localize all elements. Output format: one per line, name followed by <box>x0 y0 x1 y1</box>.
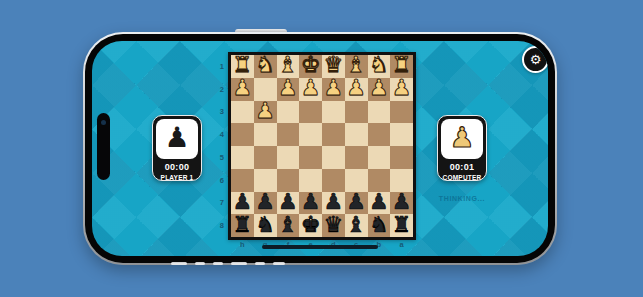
rank-label-3: 3 <box>210 101 224 124</box>
square-a4[interactable] <box>390 123 413 146</box>
black-knight: ♞ <box>255 214 275 236</box>
square-a5[interactable] <box>390 146 413 169</box>
rank-label-5: 5 <box>210 146 224 169</box>
rank-label-6: 6 <box>210 169 224 192</box>
computer-clock[interactable]: ♟ 00:01 COMPUTER <box>437 115 487 181</box>
square-b2[interactable]: ♟ <box>368 78 391 101</box>
player1-time: 00:00 <box>156 162 198 172</box>
phone-speaker-mark <box>171 262 187 265</box>
white-pawn: ♟ <box>301 77 321 99</box>
square-e4[interactable] <box>299 123 322 146</box>
phone-speaker-mark <box>195 262 205 265</box>
square-f8[interactable]: ♝ <box>277 214 300 237</box>
rank-label-8: 8 <box>210 214 224 237</box>
black-pawn: ♟ <box>233 191 253 213</box>
rank-label-7: 7 <box>210 192 224 215</box>
white-rook: ♜ <box>392 54 412 76</box>
square-b5[interactable] <box>368 146 391 169</box>
rank-label-1: 1 <box>210 55 224 78</box>
black-pawn: ♟ <box>301 191 321 213</box>
gear-icon: ⚙ <box>530 53 542 66</box>
square-b7[interactable]: ♟ <box>368 192 391 215</box>
white-pawn: ♟ <box>369 77 389 99</box>
square-e3[interactable] <box>299 101 322 124</box>
square-g5[interactable] <box>254 146 277 169</box>
square-c5[interactable] <box>345 146 368 169</box>
black-pawn: ♟ <box>392 191 412 213</box>
square-f4[interactable] <box>277 123 300 146</box>
black-rook: ♜ <box>233 214 253 236</box>
white-knight: ♞ <box>369 54 389 76</box>
square-f5[interactable] <box>277 146 300 169</box>
player1-piece-badge: ♟ <box>156 119 198 159</box>
square-h5[interactable] <box>231 146 254 169</box>
white-queen: ♛ <box>324 54 344 76</box>
chess-board: ♜♞♝♚♛♝♞♜♟♟♟♟♟♟♟♟♟♟♟♟♟♟♟♟♜♞♝♚♛♝♞♜ <box>228 52 416 240</box>
player1-clock[interactable]: ♟ 00:00 PLAYER 1 <box>152 115 202 181</box>
square-d7[interactable]: ♟ <box>322 192 345 215</box>
white-king: ♚ <box>301 54 321 76</box>
black-queen: ♛ <box>324 214 344 236</box>
phone-speaker-mark <box>231 262 247 265</box>
black-bishop: ♝ <box>278 214 298 236</box>
phone-speaker-mark <box>273 262 285 265</box>
black-pawn: ♟ <box>346 191 366 213</box>
square-d5[interactable] <box>322 146 345 169</box>
black-pawn: ♟ <box>324 191 344 213</box>
square-f3[interactable] <box>277 101 300 124</box>
white-pawn-icon: ♟ <box>449 124 474 152</box>
black-pawn: ♟ <box>255 191 275 213</box>
square-a8[interactable]: ♜ <box>390 214 413 237</box>
black-pawn-icon: ♟ <box>164 124 189 152</box>
dynamic-island <box>97 113 110 180</box>
square-e5[interactable] <box>299 146 322 169</box>
square-b8[interactable]: ♞ <box>368 214 391 237</box>
square-a3[interactable] <box>390 101 413 124</box>
black-knight: ♞ <box>369 214 389 236</box>
black-king: ♚ <box>301 214 321 236</box>
white-bishop: ♝ <box>346 54 366 76</box>
white-pawn: ♟ <box>346 77 366 99</box>
square-d3[interactable] <box>322 101 345 124</box>
white-rook: ♜ <box>233 54 253 76</box>
player1-name: PLAYER 1 <box>156 174 198 181</box>
white-knight: ♞ <box>255 54 275 76</box>
square-d8[interactable]: ♛ <box>322 214 345 237</box>
white-pawn: ♟ <box>278 77 298 99</box>
square-h8[interactable]: ♜ <box>231 214 254 237</box>
rank-label-4: 4 <box>210 123 224 146</box>
square-g7[interactable]: ♟ <box>254 192 277 215</box>
file-label-a: a <box>390 240 413 249</box>
computer-time: 00:01 <box>441 162 483 172</box>
square-h2[interactable]: ♟ <box>231 78 254 101</box>
white-pawn: ♟ <box>324 77 344 99</box>
home-indicator[interactable] <box>262 245 378 249</box>
square-c2[interactable]: ♟ <box>345 78 368 101</box>
square-g3[interactable]: ♟ <box>254 101 277 124</box>
phone-speaker-mark <box>213 262 223 265</box>
square-c8[interactable]: ♝ <box>345 214 368 237</box>
white-pawn: ♟ <box>392 77 412 99</box>
black-rook: ♜ <box>392 214 412 236</box>
computer-thinking-status: THINKING... <box>429 195 495 202</box>
computer-piece-badge: ♟ <box>441 119 483 159</box>
phone-speaker-mark <box>255 262 265 265</box>
square-d4[interactable] <box>322 123 345 146</box>
square-f7[interactable]: ♟ <box>277 192 300 215</box>
camera-icon <box>101 120 106 125</box>
square-h7[interactable]: ♟ <box>231 192 254 215</box>
square-h3[interactable] <box>231 101 254 124</box>
white-pawn: ♟ <box>255 100 275 122</box>
app-screen: ⚙ 12345678 ♜♞♝♚♛♝♞♜♟♟♟♟♟♟♟♟♟♟♟♟♟♟♟♟♜♞♝♚♛… <box>92 41 548 256</box>
rank-label-2: 2 <box>210 78 224 101</box>
square-c7[interactable]: ♟ <box>345 192 368 215</box>
black-pawn: ♟ <box>369 191 389 213</box>
file-label-h: h <box>231 240 254 249</box>
square-a7[interactable]: ♟ <box>390 192 413 215</box>
square-e2[interactable]: ♟ <box>299 78 322 101</box>
black-pawn: ♟ <box>278 191 298 213</box>
square-b4[interactable] <box>368 123 391 146</box>
square-e8[interactable]: ♚ <box>299 214 322 237</box>
square-c3[interactable] <box>345 101 368 124</box>
square-f2[interactable]: ♟ <box>277 78 300 101</box>
rank-labels: 12345678 <box>210 55 224 237</box>
square-h4[interactable] <box>231 123 254 146</box>
phone-frame: ⚙ 12345678 ♜♞♝♚♛♝♞♜♟♟♟♟♟♟♟♟♟♟♟♟♟♟♟♟♜♞♝♚♛… <box>83 32 557 265</box>
black-bishop: ♝ <box>346 214 366 236</box>
square-c4[interactable] <box>345 123 368 146</box>
white-pawn: ♟ <box>233 77 253 99</box>
white-bishop: ♝ <box>278 54 298 76</box>
computer-name: COMPUTER <box>441 174 483 181</box>
square-a2[interactable]: ♟ <box>390 78 413 101</box>
square-g1[interactable]: ♞ <box>254 55 277 78</box>
square-b3[interactable] <box>368 101 391 124</box>
square-g8[interactable]: ♞ <box>254 214 277 237</box>
square-e7[interactable]: ♟ <box>299 192 322 215</box>
square-g4[interactable] <box>254 123 277 146</box>
square-d2[interactable]: ♟ <box>322 78 345 101</box>
